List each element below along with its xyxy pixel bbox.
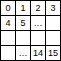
grid-cell-r3c1: … (16, 46, 30, 60)
grid-cell-r2c2 (31, 31, 45, 45)
grid-cell-r3c2: 14 (31, 46, 45, 60)
grid-cell-r1c3 (46, 16, 60, 30)
number-grid: 012345……1415 (0, 0, 61, 61)
grid-cell-r0c3: 3 (46, 1, 60, 15)
grid-cell-r0c1: 1 (16, 1, 30, 15)
grid-cell-r2c3 (46, 31, 60, 45)
grid-cell-r1c2: … (31, 16, 45, 30)
grid-cell-r3c3: 15 (46, 46, 60, 60)
grid-cell-r2c0 (1, 31, 15, 45)
grid-cell-r1c0: 4 (1, 16, 15, 30)
grid-cell-r2c1 (16, 31, 30, 45)
grid-cell-r0c2: 2 (31, 1, 45, 15)
grid-cell-r3c0 (1, 46, 15, 60)
grid-cell-r0c0: 0 (1, 1, 15, 15)
grid-cell-r1c1: 5 (16, 16, 30, 30)
